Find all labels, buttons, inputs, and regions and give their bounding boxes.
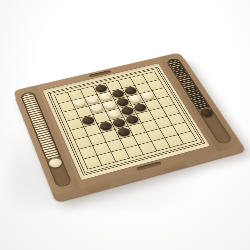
board-grid	[54, 71, 197, 169]
product-photo-canvas	[0, 0, 250, 250]
board-foot	[84, 179, 112, 194]
board-foot	[160, 159, 188, 173]
black-disc-face	[199, 108, 215, 118]
scene	[0, 0, 250, 250]
game-board	[13, 52, 242, 195]
white-disc-face	[48, 157, 64, 169]
